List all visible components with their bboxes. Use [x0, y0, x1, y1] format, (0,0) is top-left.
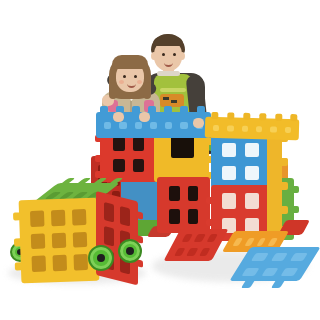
connector-tab [100, 106, 108, 114]
connector-tab [15, 262, 23, 270]
connector-tab [132, 106, 140, 114]
connector-tab [259, 113, 266, 120]
waffle-hole [222, 193, 236, 209]
connector-bump [119, 122, 126, 129]
boy-right-hand [193, 118, 204, 128]
connector-tab [95, 171, 102, 178]
waffle-grid [30, 209, 88, 272]
connector-tab [241, 279, 256, 288]
girl-right-hand [139, 112, 150, 122]
connector-bump [256, 126, 262, 132]
connector-bump [285, 126, 291, 132]
waffle-hole [73, 232, 88, 248]
waffle-grid [222, 193, 259, 233]
girl-cheek [119, 80, 124, 84]
waffle-hole [120, 206, 130, 226]
waffle-hole [133, 137, 145, 151]
connector-bump [194, 234, 206, 242]
connector-bump [165, 122, 172, 129]
connector-tab [197, 106, 205, 114]
connector-tab [180, 106, 188, 114]
connector-bump [199, 248, 211, 256]
waffle-hole [188, 186, 199, 201]
connector-tab [148, 106, 156, 114]
connector-tab [280, 206, 288, 214]
connector-bump [281, 268, 299, 276]
waffle-grid [222, 143, 259, 180]
cube-face-yellow [19, 198, 100, 284]
top-panel-yellow [205, 117, 300, 140]
girl-eye [134, 75, 137, 78]
waffle-hole [72, 209, 87, 225]
connector-bump [242, 268, 260, 276]
connector-tab [280, 182, 288, 190]
waffle-hole [74, 254, 89, 270]
connector-bump [180, 122, 187, 129]
waffle-hole [32, 256, 47, 272]
connector-tab [14, 238, 22, 246]
connector-bump [242, 125, 248, 131]
connector-tab [206, 219, 213, 226]
waffle-grid [113, 137, 144, 172]
connector-tab [292, 186, 299, 193]
girl-hair-strand [143, 82, 151, 99]
girl-hair-bangs [112, 55, 148, 69]
connector-bump [268, 238, 278, 246]
connector-bump [271, 253, 289, 261]
waffle-hole [245, 166, 259, 180]
connector-bump [104, 122, 111, 129]
waffle-hole [51, 210, 66, 226]
bump-grid [232, 236, 279, 247]
connector-bump [181, 234, 193, 242]
connector-bump [290, 253, 308, 261]
waffle-hole [222, 143, 236, 157]
waffle-hole [222, 166, 236, 180]
connector-bump [270, 126, 276, 132]
waffle-grid [169, 186, 198, 224]
window-opening [171, 135, 194, 158]
connector-tab [275, 114, 282, 121]
front-panel-red-mid [157, 177, 210, 233]
connector-bump [174, 248, 186, 256]
connector-tab [290, 114, 297, 121]
waffle-hole [245, 193, 259, 209]
bump-grid [213, 124, 291, 133]
waffle-hole [245, 143, 259, 157]
wheel-hub [126, 247, 134, 255]
connector-tab [243, 113, 250, 120]
waffle-hole [113, 137, 125, 151]
connector-bump [150, 122, 157, 129]
connector-tab [211, 112, 218, 119]
connector-tab [13, 212, 21, 220]
waffle-hole [31, 233, 46, 249]
waffle-block-scene [0, 0, 320, 320]
connector-tab [75, 178, 91, 185]
connector-bump [256, 238, 266, 246]
connector-bump [206, 234, 218, 242]
waffle-hole [53, 255, 68, 271]
connector-tab [271, 279, 286, 288]
girl-cheek [137, 80, 142, 84]
waffle-hole [52, 232, 67, 248]
bump-grid [242, 253, 308, 275]
right-corner-post-yellow [267, 124, 282, 242]
connector-bump [261, 268, 279, 276]
girl-left-hand [113, 112, 124, 122]
connector-bump [233, 238, 243, 246]
connector-bump [213, 124, 219, 130]
connector-tab [227, 112, 234, 119]
waffle-hole [113, 159, 125, 173]
connector-tab [292, 206, 299, 213]
waffle-hole [188, 209, 199, 224]
connector-tab [59, 178, 75, 185]
girl-eye [123, 75, 126, 78]
wheel-mid [88, 245, 114, 271]
wheel-right [118, 239, 142, 263]
connector-tab [95, 155, 102, 162]
connector-tab [136, 211, 143, 220]
product-photo [0, 0, 320, 320]
connector-bump [227, 125, 233, 131]
wheel-hub [97, 254, 106, 263]
waffle-hole [30, 211, 45, 227]
right-panel-blue-windows [211, 135, 270, 188]
bump-grid [104, 121, 203, 129]
waffle-hole [104, 226, 114, 246]
girl-hair-strand [109, 82, 117, 99]
waffle-hole [104, 202, 114, 222]
connector-tab [206, 197, 213, 204]
connector-bump [244, 238, 254, 246]
waffle-hole [169, 209, 180, 224]
waffle-hole [169, 186, 180, 201]
waffle-hole [133, 159, 145, 173]
connector-tab [280, 158, 288, 166]
connector-bump [135, 122, 142, 129]
connector-tab [164, 106, 172, 114]
connector-bump [251, 253, 269, 261]
bump-grid [174, 234, 218, 256]
connector-bump [187, 248, 199, 256]
